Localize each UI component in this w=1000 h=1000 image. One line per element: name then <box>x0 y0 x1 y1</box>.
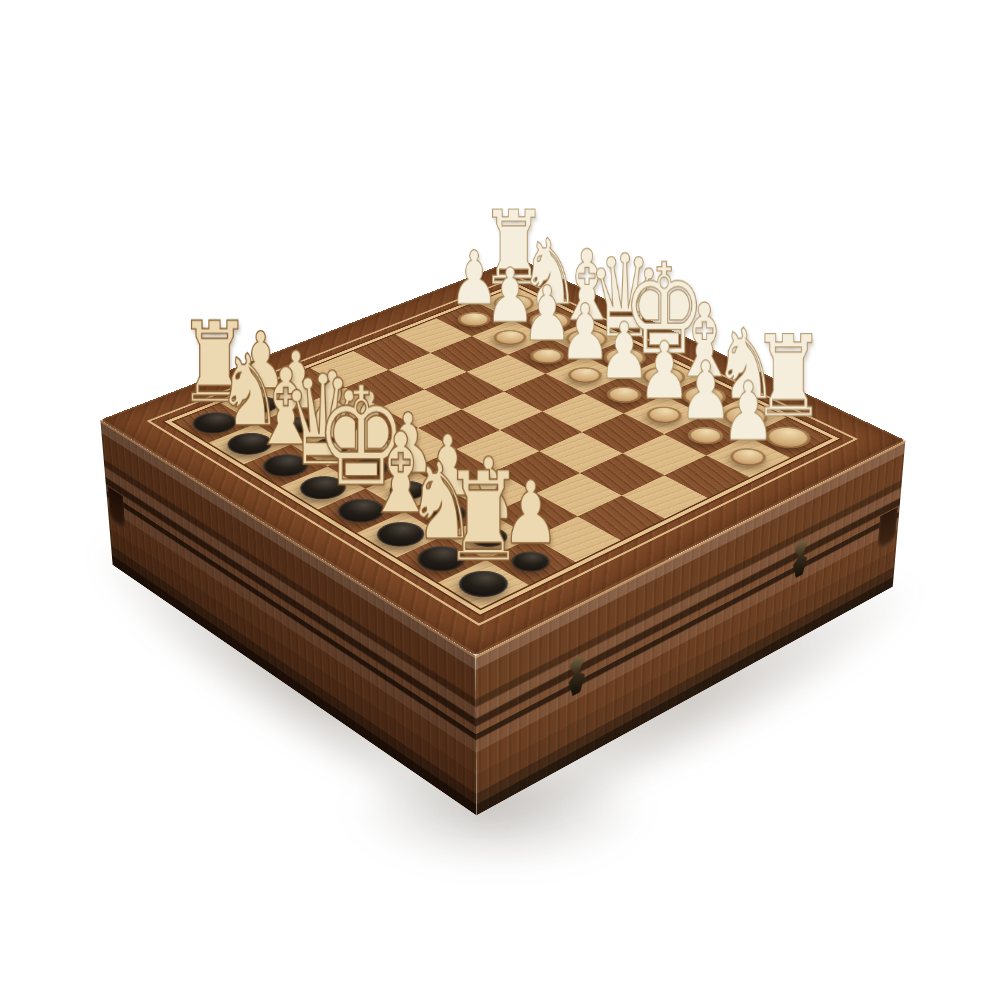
latch-clasp-icon <box>791 537 810 581</box>
piece-white-rook-h1[interactable]: ♜ <box>434 457 532 581</box>
pawn-icon: ♟ <box>703 372 793 452</box>
product-photo-stage: ♜♞♝♛♚♝♞♜♟♟♟♟♟♟♟♟♟♟♟♟♟♟♟♟♜♞♝♛♚♝♞♜ <box>0 0 1000 1000</box>
finger-notch-left <box>108 486 126 531</box>
piece-black-pawn-h7[interactable]: ♟ <box>703 372 793 454</box>
latch-clasp-icon <box>567 652 587 699</box>
rook-icon: ♜ <box>434 457 532 579</box>
finger-notch-right <box>877 507 898 551</box>
chess-set-scene: ♜♞♝♛♚♝♞♜♟♟♟♟♟♟♟♟♟♟♟♟♟♟♟♟♜♞♝♛♚♝♞♜ <box>215 145 785 715</box>
wooden-chess-box: ♜♞♝♛♚♝♞♜♟♟♟♟♟♟♟♟♟♟♟♟♟♟♟♟♜♞♝♛♚♝♞♜ <box>100 258 905 656</box>
